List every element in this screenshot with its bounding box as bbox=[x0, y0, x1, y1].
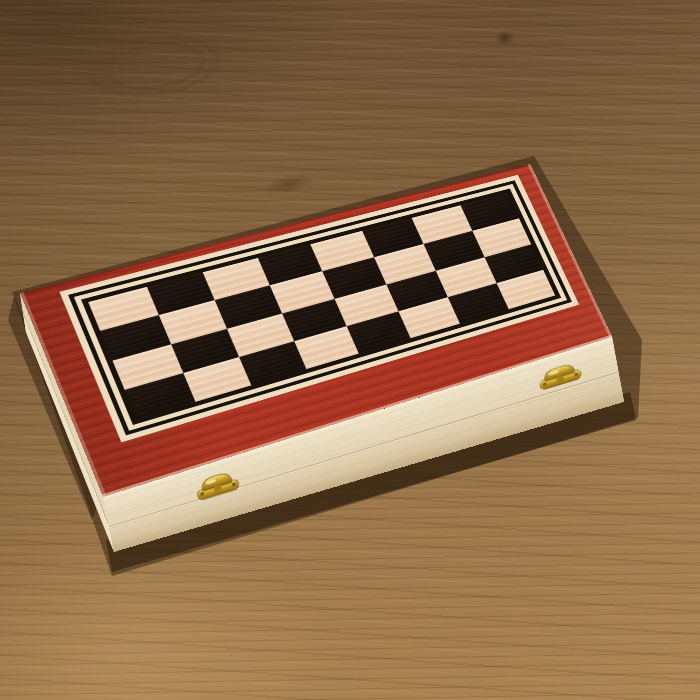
brass-clasp-icon bbox=[192, 465, 243, 507]
brass-clasp-left bbox=[192, 465, 243, 507]
wood-knot-dot bbox=[492, 28, 518, 48]
brass-clasp-icon bbox=[534, 356, 585, 398]
brass-clasp-right bbox=[534, 356, 585, 398]
photo-scene bbox=[0, 0, 700, 700]
